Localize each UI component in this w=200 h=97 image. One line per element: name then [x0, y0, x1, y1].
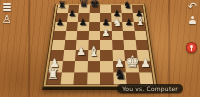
square-h5[interactable] — [134, 31, 147, 40]
pin-badge-icon[interactable] — [186, 42, 197, 53]
square-h4[interactable] — [135, 40, 148, 50]
square-b6[interactable] — [66, 22, 78, 31]
square-c6[interactable] — [77, 22, 89, 31]
square-c3[interactable] — [75, 50, 88, 61]
square-g7[interactable] — [122, 13, 134, 21]
square-h8[interactable] — [132, 5, 144, 13]
square-b3[interactable] — [63, 50, 76, 61]
square-c4[interactable] — [76, 40, 88, 50]
square-e5[interactable] — [100, 31, 112, 40]
square-g1[interactable] — [126, 72, 140, 84]
square-c7[interactable] — [78, 13, 89, 21]
menu-icon[interactable] — [3, 3, 11, 10]
square-d7[interactable] — [89, 13, 100, 21]
square-d6[interactable] — [89, 22, 100, 31]
undo-icon[interactable]: ↶ — [188, 0, 197, 13]
square-a1[interactable] — [47, 72, 62, 84]
board-grid — [47, 5, 153, 84]
square-h7[interactable] — [132, 13, 144, 21]
square-d3[interactable] — [88, 50, 100, 61]
square-e1[interactable] — [100, 72, 113, 84]
status-bar: You vs. Computer — [117, 84, 183, 93]
square-b1[interactable] — [60, 72, 74, 84]
status-label: You vs. Computer — [122, 85, 178, 92]
square-g5[interactable] — [123, 31, 135, 40]
square-g4[interactable] — [123, 40, 136, 50]
square-f8[interactable] — [111, 5, 122, 13]
square-c8[interactable] — [78, 5, 89, 13]
square-e8[interactable] — [100, 5, 111, 13]
square-e2[interactable] — [100, 61, 113, 72]
square-h3[interactable] — [136, 50, 150, 61]
square-g3[interactable] — [124, 50, 137, 61]
square-f3[interactable] — [112, 50, 125, 61]
square-d2[interactable] — [87, 61, 100, 72]
square-f5[interactable] — [111, 31, 123, 40]
square-f7[interactable] — [111, 13, 122, 21]
player-icon-head — [191, 16, 194, 19]
square-f1[interactable] — [113, 72, 127, 84]
player-icon[interactable] — [188, 16, 196, 24]
square-b4[interactable] — [64, 40, 77, 50]
square-e6[interactable] — [100, 22, 111, 31]
square-f4[interactable] — [112, 40, 124, 50]
square-g2[interactable] — [125, 61, 139, 72]
square-e3[interactable] — [100, 50, 112, 61]
square-b5[interactable] — [65, 31, 77, 40]
square-h6[interactable] — [133, 22, 145, 31]
square-d4[interactable] — [88, 40, 100, 50]
square-c2[interactable] — [74, 61, 87, 72]
square-h2[interactable] — [137, 61, 151, 72]
square-b7[interactable] — [67, 13, 79, 21]
chess-board-3d — [42, 4, 158, 90]
square-c5[interactable] — [77, 31, 89, 40]
square-f2[interactable] — [112, 61, 125, 72]
pin-badge-stem — [191, 48, 192, 51]
square-e4[interactable] — [100, 40, 112, 50]
square-d1[interactable] — [87, 72, 100, 84]
square-b8[interactable] — [68, 5, 79, 13]
square-f6[interactable] — [111, 22, 123, 31]
square-c1[interactable] — [73, 72, 87, 84]
square-h1[interactable] — [139, 72, 154, 84]
square-b2[interactable] — [61, 61, 75, 72]
pawn-icon[interactable]: ♙ — [2, 13, 12, 26]
square-d8[interactable] — [89, 5, 100, 13]
player-icon-body — [189, 20, 196, 24]
square-d5[interactable] — [88, 31, 100, 40]
square-e7[interactable] — [100, 13, 111, 21]
chess-app-screen: ♜♛♚♞♟♟♟♟♟♟♟♞♞♝♟♝♟♟♟♚♟♜ ♙ ↶ You vs. Compu… — [0, 0, 200, 97]
